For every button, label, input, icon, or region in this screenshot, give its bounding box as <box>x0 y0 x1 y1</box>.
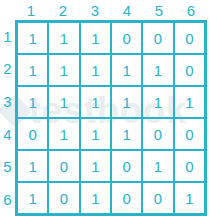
cell-r5c1: 1 <box>17 150 48 182</box>
cell-r1c2: 1 <box>48 22 79 54</box>
cell-r2c1: 1 <box>17 54 48 86</box>
matrix-grid: 1 1 1 0 0 0 1 1 1 1 1 0 1 1 1 1 1 1 0 1 … <box>15 20 207 216</box>
cell-r5c3: 1 <box>80 150 111 182</box>
cell-r6c3: 1 <box>80 182 111 214</box>
col-header-1: 1 <box>15 0 47 20</box>
cell-r3c1: 1 <box>17 86 48 118</box>
column-headers: 1 2 3 4 5 6 <box>15 0 207 20</box>
cell-r3c2: 1 <box>48 86 79 118</box>
cell-r2c4: 1 <box>111 54 142 86</box>
cell-r1c4: 0 <box>111 22 142 54</box>
cell-r4c2: 1 <box>48 118 79 150</box>
cell-r3c3: 1 <box>80 86 111 118</box>
cell-r5c2: 0 <box>48 150 79 182</box>
cell-r6c6: 1 <box>174 182 205 214</box>
cell-r2c5: 1 <box>142 54 173 86</box>
row-header-5: 5 <box>0 151 15 184</box>
cell-r1c3: 1 <box>80 22 111 54</box>
col-header-6: 6 <box>175 0 207 20</box>
cell-r4c1: 0 <box>17 118 48 150</box>
cell-r5c6: 0 <box>174 150 205 182</box>
cell-r6c4: 0 <box>111 182 142 214</box>
cell-r4c3: 1 <box>80 118 111 150</box>
row-header-4: 4 <box>0 118 15 151</box>
row-header-3: 3 <box>0 85 15 118</box>
col-header-3: 3 <box>79 0 111 20</box>
cell-r2c2: 1 <box>48 54 79 86</box>
matrix-board: testbook 1 2 3 4 5 6 1 2 3 4 5 6 1 1 1 0… <box>0 0 210 218</box>
cell-r1c1: 1 <box>17 22 48 54</box>
col-header-5: 5 <box>143 0 175 20</box>
cell-r2c6: 0 <box>174 54 205 86</box>
cell-r5c5: 1 <box>142 150 173 182</box>
cell-r1c5: 0 <box>142 22 173 54</box>
row-headers: 1 2 3 4 5 6 <box>0 20 15 216</box>
cell-r3c5: 1 <box>142 86 173 118</box>
cell-r3c6: 1 <box>174 86 205 118</box>
cell-r4c4: 1 <box>111 118 142 150</box>
row-header-1: 1 <box>0 20 15 53</box>
cell-r6c1: 1 <box>17 182 48 214</box>
col-header-4: 4 <box>111 0 143 20</box>
cell-r4c5: 0 <box>142 118 173 150</box>
cell-r6c2: 0 <box>48 182 79 214</box>
cell-r5c4: 0 <box>111 150 142 182</box>
cell-r6c5: 0 <box>142 182 173 214</box>
row-header-2: 2 <box>0 53 15 86</box>
cell-r4c6: 0 <box>174 118 205 150</box>
cell-r2c3: 1 <box>80 54 111 86</box>
cell-r3c4: 1 <box>111 86 142 118</box>
col-header-2: 2 <box>47 0 79 20</box>
cell-r1c6: 0 <box>174 22 205 54</box>
row-header-6: 6 <box>0 183 15 216</box>
